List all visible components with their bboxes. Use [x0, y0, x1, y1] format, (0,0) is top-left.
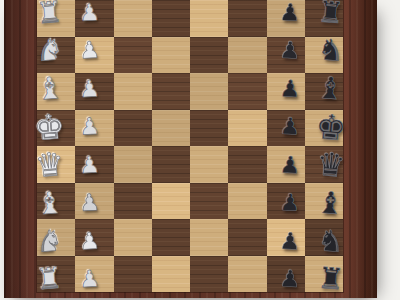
- square-c1[interactable]: ♝: [37, 183, 75, 220]
- square-d1[interactable]: ♛: [37, 146, 75, 183]
- square-f4[interactable]: [152, 73, 190, 110]
- piece-white-pawn[interactable]: ♟: [79, 115, 101, 139]
- square-e8[interactable]: ♚: [305, 110, 343, 147]
- piece-black-pawn[interactable]: ♟: [279, 153, 301, 177]
- piece-white-pawn[interactable]: ♟: [79, 267, 101, 291]
- piece-white-queen[interactable]: ♛: [34, 148, 65, 182]
- piece-black-queen[interactable]: ♛: [315, 148, 346, 182]
- square-h7[interactable]: ♟: [267, 0, 305, 37]
- square-b2[interactable]: ♟: [75, 219, 113, 256]
- square-a7[interactable]: ♟: [267, 256, 305, 293]
- photo-background: ♜♟♟♜♞♟♟♞♝♟♟♝♚♟♟♚♛♟♟♛♝♟♟♝♞♟♟♞♜♟♟♜: [0, 0, 400, 300]
- square-c4[interactable]: [152, 183, 190, 220]
- piece-black-pawn[interactable]: ♟: [279, 1, 301, 25]
- piece-black-pawn[interactable]: ♟: [279, 229, 301, 253]
- piece-black-bishop[interactable]: ♝: [316, 73, 345, 105]
- square-e5[interactable]: [190, 110, 228, 147]
- square-d3[interactable]: [114, 146, 152, 183]
- square-b1[interactable]: ♞: [37, 219, 75, 256]
- square-d6[interactable]: [228, 146, 266, 183]
- square-b5[interactable]: [190, 219, 228, 256]
- piece-black-pawn[interactable]: ♟: [279, 115, 301, 139]
- square-f8[interactable]: ♝: [305, 73, 343, 110]
- square-g2[interactable]: ♟: [75, 37, 113, 74]
- piece-white-pawn[interactable]: ♟: [79, 153, 101, 177]
- square-e2[interactable]: ♟: [75, 110, 113, 147]
- square-c7[interactable]: ♟: [267, 183, 305, 220]
- square-h6[interactable]: [228, 0, 266, 37]
- square-e4[interactable]: [152, 110, 190, 147]
- square-b6[interactable]: [228, 219, 266, 256]
- square-b4[interactable]: [152, 219, 190, 256]
- square-c2[interactable]: ♟: [75, 183, 113, 220]
- square-f3[interactable]: [114, 73, 152, 110]
- piece-black-pawn[interactable]: ♟: [279, 191, 301, 215]
- piece-black-king[interactable]: ♚: [314, 109, 347, 145]
- square-d5[interactable]: [190, 146, 228, 183]
- square-g6[interactable]: [228, 37, 266, 74]
- square-b3[interactable]: [114, 219, 152, 256]
- square-d8[interactable]: ♛: [305, 146, 343, 183]
- piece-white-pawn[interactable]: ♟: [79, 1, 101, 25]
- piece-black-pawn[interactable]: ♟: [279, 39, 301, 63]
- square-g7[interactable]: ♟: [267, 37, 305, 74]
- square-c3[interactable]: [114, 183, 152, 220]
- square-a3[interactable]: [114, 256, 152, 293]
- square-g4[interactable]: [152, 37, 190, 74]
- square-f2[interactable]: ♟: [75, 73, 113, 110]
- square-h1[interactable]: ♜: [37, 0, 75, 37]
- square-d2[interactable]: ♟: [75, 146, 113, 183]
- piece-black-knight[interactable]: ♞: [316, 35, 344, 66]
- square-d4[interactable]: [152, 146, 190, 183]
- piece-white-bishop[interactable]: ♝: [35, 187, 64, 219]
- square-f5[interactable]: [190, 73, 228, 110]
- square-d7[interactable]: ♟: [267, 146, 305, 183]
- piece-white-pawn[interactable]: ♟: [79, 77, 101, 101]
- square-f6[interactable]: [228, 73, 266, 110]
- square-g1[interactable]: ♞: [37, 37, 75, 74]
- piece-black-pawn[interactable]: ♟: [279, 77, 301, 101]
- piece-white-knight[interactable]: ♞: [35, 35, 63, 66]
- piece-white-pawn[interactable]: ♟: [79, 229, 101, 253]
- piece-white-rook[interactable]: ♜: [35, 264, 63, 295]
- piece-white-pawn[interactable]: ♟: [79, 39, 101, 63]
- piece-white-rook[interactable]: ♜: [35, 0, 63, 28]
- square-e7[interactable]: ♟: [267, 110, 305, 147]
- square-a4[interactable]: [152, 256, 190, 293]
- square-f1[interactable]: ♝: [37, 73, 75, 110]
- square-c5[interactable]: [190, 183, 228, 220]
- piece-white-king[interactable]: ♚: [33, 109, 66, 145]
- square-g5[interactable]: [190, 37, 228, 74]
- square-e3[interactable]: [114, 110, 152, 147]
- piece-white-pawn[interactable]: ♟: [79, 191, 101, 215]
- square-a2[interactable]: ♟: [75, 256, 113, 293]
- square-g8[interactable]: ♞: [305, 37, 343, 74]
- piece-black-rook[interactable]: ♜: [316, 0, 344, 28]
- square-h5[interactable]: [190, 0, 228, 37]
- square-a5[interactable]: [190, 256, 228, 293]
- square-b8[interactable]: ♞: [305, 219, 343, 256]
- piece-black-knight[interactable]: ♞: [316, 226, 344, 257]
- square-a1[interactable]: ♜: [37, 256, 75, 293]
- piece-black-bishop[interactable]: ♝: [316, 187, 345, 219]
- square-a8[interactable]: ♜: [305, 256, 343, 293]
- square-h2[interactable]: ♟: [75, 0, 113, 37]
- board-frame: ♜♟♟♜♞♟♟♞♝♟♟♝♚♟♟♚♛♟♟♛♝♟♟♝♞♟♟♞♜♟♟♜: [4, 0, 377, 298]
- square-c6[interactable]: [228, 183, 266, 220]
- square-h3[interactable]: [114, 0, 152, 37]
- square-f7[interactable]: ♟: [267, 73, 305, 110]
- square-h4[interactable]: [152, 0, 190, 37]
- chess-board: ♜♟♟♜♞♟♟♞♝♟♟♝♚♟♟♚♛♟♟♛♝♟♟♝♞♟♟♞♜♟♟♜: [37, 0, 343, 292]
- piece-black-rook[interactable]: ♜: [316, 264, 344, 295]
- square-b7[interactable]: ♟: [267, 219, 305, 256]
- piece-white-knight[interactable]: ♞: [35, 226, 63, 257]
- piece-white-bishop[interactable]: ♝: [35, 73, 64, 105]
- square-g3[interactable]: [114, 37, 152, 74]
- square-e6[interactable]: [228, 110, 266, 147]
- square-e1[interactable]: ♚: [37, 110, 75, 147]
- piece-black-pawn[interactable]: ♟: [279, 267, 301, 291]
- square-c8[interactable]: ♝: [305, 183, 343, 220]
- square-a6[interactable]: [228, 256, 266, 293]
- square-h8[interactable]: ♜: [305, 0, 343, 37]
